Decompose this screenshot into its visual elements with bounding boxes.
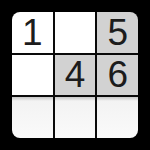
cell-r2c1[interactable] [12,55,53,96]
cell-r1c2[interactable] [55,12,96,53]
cell-r3c1[interactable] [12,97,53,138]
cell-r3c3[interactable] [97,97,138,138]
cell-r1c3[interactable]: 5 [97,12,138,53]
cell-r2c2[interactable]: 4 [55,55,96,96]
cell-r2c3[interactable]: 6 [97,55,138,96]
cell-r3c2[interactable] [55,97,96,138]
cell-r1c1[interactable]: 1 [12,12,53,53]
sudoku-board: 1 5 4 6 [12,12,138,138]
